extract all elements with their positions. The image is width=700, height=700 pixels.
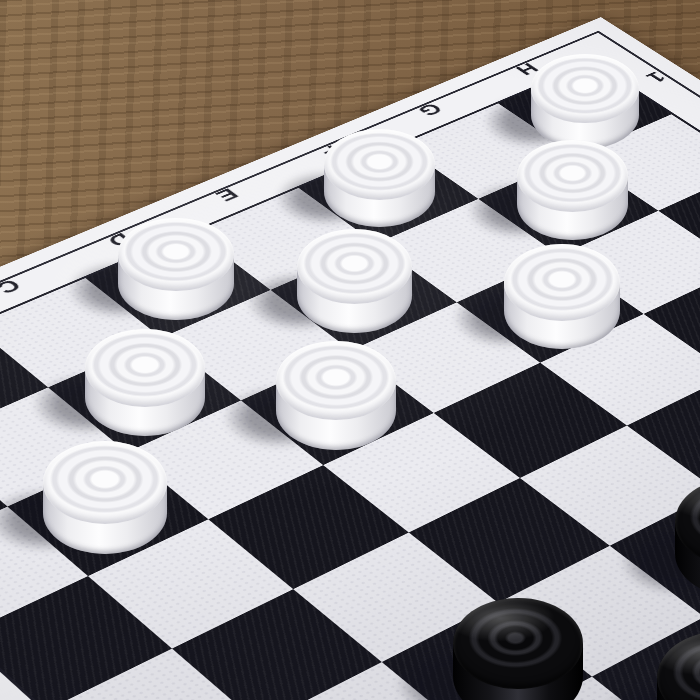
piece-top-face (504, 244, 619, 321)
piece-top-face (43, 441, 167, 524)
white-man-f1[interactable] (324, 129, 435, 227)
file-label-g: G (413, 99, 448, 118)
file-label-e: E (210, 185, 243, 205)
black-man-c6[interactable] (453, 598, 583, 700)
white-man-c2[interactable] (85, 329, 205, 436)
black-man-e6[interactable] (675, 478, 700, 597)
black-man-d7[interactable] (657, 631, 700, 700)
white-man-g2[interactable] (517, 140, 628, 240)
piece-top-face (85, 329, 205, 407)
piece-top-face (453, 598, 583, 690)
white-man-h1[interactable] (531, 54, 638, 149)
piece-top-face (118, 218, 233, 291)
piece-top-face (517, 140, 628, 212)
white-man-f3[interactable] (504, 244, 619, 349)
piece-top-face (657, 631, 700, 700)
rank-label-1: 1 (641, 68, 671, 85)
piece-top-face (276, 341, 396, 421)
white-man-d1[interactable] (118, 218, 233, 320)
piece-top-face (531, 54, 638, 122)
white-man-e2[interactable] (297, 229, 412, 333)
board-photo-scene: ABCDEFGH 12345678 checkers (0, 0, 700, 700)
white-man-b3[interactable] (43, 441, 167, 554)
file-label-c: C (0, 275, 26, 297)
white-man-d3[interactable] (276, 341, 396, 450)
piece-top-face (324, 129, 435, 200)
piece-top-face (297, 229, 412, 304)
